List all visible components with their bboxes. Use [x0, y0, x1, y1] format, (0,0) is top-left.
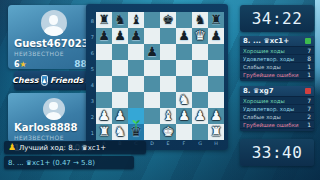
black-knight-b8: ♞: [114, 12, 126, 28]
square-c8[interactable]: ♝: [128, 12, 144, 28]
square-f8[interactable]: [176, 12, 192, 28]
square-g7[interactable]: ♛: [192, 28, 208, 44]
best-move-bar: ♟ Лучший ход: 8... ♛xc1+: [4, 141, 146, 154]
black-pawn-b7: ♟: [114, 28, 126, 44]
stat-value: 7: [307, 97, 311, 104]
avatar: [43, 98, 65, 120]
best-move-icon: ♟: [8, 143, 16, 152]
square-f3[interactable]: ♞: [176, 92, 192, 108]
square-h1[interactable]: ♜: [208, 124, 224, 140]
square-f2[interactable]: ♟: [176, 108, 192, 124]
logo-text-friends: Friends: [50, 76, 83, 85]
stat-row: Слабые ходы1: [240, 63, 314, 71]
shield-icon: ♟: [41, 75, 48, 86]
stat-row: Хорошие ходы7: [240, 47, 314, 55]
stat-label: Хорошие ходы: [243, 47, 285, 53]
square-a1[interactable]: ♜: [96, 124, 112, 140]
eval-change-text: 8. ... ♛xc1+ (0.47 → 5.8): [8, 159, 95, 167]
stat-row: Слабые ходы2: [240, 113, 314, 121]
square-a5[interactable]: [96, 60, 112, 76]
square-e2[interactable]: ♝: [160, 108, 176, 124]
best-move-text: Лучший ход: 8... ♛xc1+: [19, 144, 106, 152]
square-c1[interactable]: ♛: [128, 124, 144, 140]
square-b6[interactable]: [112, 44, 128, 60]
white-queen-g7: ♛: [194, 28, 206, 44]
white-pawn-g2: ♟: [194, 108, 206, 124]
avatar-body-icon: [46, 112, 61, 120]
avatar: [41, 10, 67, 36]
stat-value: 8: [307, 55, 311, 62]
black-pawn-h7: ♟: [210, 28, 222, 44]
best-move-seedling-icon: [131, 119, 141, 129]
stat-row: Грубейшие ошибки1: [240, 71, 314, 79]
player-country: НЕИЗВЕСТНОЕ: [14, 134, 93, 141]
stat-label: Удовлетвор. ходы: [243, 55, 294, 61]
square-b3[interactable]: [112, 92, 128, 108]
stat-row: Удовлетвор. ходы8: [240, 55, 314, 63]
white-knight-b1: ♞: [114, 124, 126, 140]
stat-label: Грубейшие ошибки: [243, 71, 298, 77]
square-g1[interactable]: [192, 124, 208, 140]
black-king-e8: ♚: [162, 12, 174, 28]
square-b8[interactable]: ♞: [112, 12, 128, 28]
clock-bottom: 33:40: [240, 139, 314, 166]
square-d8[interactable]: [144, 12, 160, 28]
square-c6[interactable]: [128, 44, 144, 60]
white-pawn-b2: ♟: [114, 108, 126, 124]
stats-header: 8. ♛xg7: [240, 86, 314, 97]
last-move-label: 8. ... ♛xc1+: [243, 37, 289, 45]
square-f4[interactable]: [176, 76, 192, 92]
avatar-head-icon: [49, 15, 59, 25]
square-e8[interactable]: ♚: [160, 12, 176, 28]
square-g5[interactable]: [192, 60, 208, 76]
square-e6[interactable]: [160, 44, 176, 60]
square-c3[interactable]: [128, 92, 144, 108]
stat-value: 1: [307, 71, 311, 78]
square-h4[interactable]: [208, 76, 224, 92]
star-icon: ★: [20, 60, 27, 69]
square-e3[interactable]: [160, 92, 176, 108]
white-pawn-f2: ♟: [178, 108, 190, 124]
stat-row: Удовлетвор. ходы7: [240, 105, 314, 113]
board-panel: 87654321 ♜♞♝♚♞♜♟♟♟♟♛♟♟♞♟♟♝♟♟♟♜♞♛♚♜ ABCDE…: [86, 4, 228, 150]
stat-label: Слабые ходы: [243, 63, 281, 69]
square-f1[interactable]: [176, 124, 192, 140]
square-d3[interactable]: [144, 92, 160, 108]
move-verdict-indicator: [305, 38, 311, 44]
square-f6[interactable]: [176, 44, 192, 60]
square-a7[interactable]: ♟: [96, 28, 112, 44]
square-d5[interactable]: [144, 60, 160, 76]
black-pawn-d6: ♟: [146, 44, 158, 60]
chessfriends-app: Guest46702373 НЕИЗВЕСТНОЕ 6★ 884 Chess ♟…: [0, 0, 320, 180]
square-d7[interactable]: [144, 28, 160, 44]
square-g2[interactable]: ♟: [192, 108, 208, 124]
square-c5[interactable]: [128, 60, 144, 76]
clock-top: 34:22: [240, 5, 314, 32]
square-b1[interactable]: ♞: [112, 124, 128, 140]
square-e1[interactable]: ♚: [160, 124, 176, 140]
stat-label: Слабые ходы: [243, 113, 281, 119]
avatar-head-icon: [49, 102, 57, 110]
stat-value: 1: [307, 121, 311, 128]
square-d2[interactable]: [144, 108, 160, 124]
square-h2[interactable]: ♟: [208, 108, 224, 124]
square-b5[interactable]: [112, 60, 128, 76]
square-e5[interactable]: [160, 60, 176, 76]
square-h3[interactable]: [208, 92, 224, 108]
stat-value: 1: [307, 63, 311, 70]
white-rook-h1: ♜: [210, 124, 222, 140]
square-a2[interactable]: ♟: [96, 108, 112, 124]
stat-label: Хорошие ходы: [243, 97, 285, 103]
square-a6[interactable]: [96, 44, 112, 60]
stat-value: 7: [307, 47, 311, 54]
square-c4[interactable]: [128, 76, 144, 92]
player-level: 6★: [14, 60, 27, 69]
white-rook-a1: ♜: [98, 124, 110, 140]
square-d4[interactable]: [144, 76, 160, 92]
white-pawn-h2: ♟: [210, 108, 222, 124]
white-king-e1: ♚: [162, 124, 174, 140]
black-pawn-c7: ♟: [130, 28, 142, 44]
move-verdict-indicator: [305, 88, 311, 94]
last-move-label: 8. ♛xg7: [243, 87, 274, 95]
rank-labels: 87654321: [89, 12, 96, 140]
square-c7[interactable]: ♟: [128, 28, 144, 44]
black-knight-g8: ♞: [194, 12, 206, 28]
player-country: НЕИЗВЕСТНОЕ: [14, 50, 93, 57]
square-g3[interactable]: [192, 92, 208, 108]
square-h7[interactable]: ♟: [208, 28, 224, 44]
black-pawn-a7: ♟: [98, 28, 110, 44]
square-a4[interactable]: [96, 76, 112, 92]
player-name: Karlos8888: [14, 122, 93, 133]
stat-label: Удовлетвор. ходы: [243, 105, 294, 111]
square-h8[interactable]: ♜: [208, 12, 224, 28]
square-g6[interactable]: [192, 44, 208, 60]
square-h5[interactable]: [208, 60, 224, 76]
white-pawn-a2: ♟: [98, 108, 110, 124]
black-bishop-c8: ♝: [130, 12, 142, 28]
right-edge-strip: [315, 0, 320, 96]
stat-value: 7: [307, 105, 311, 112]
square-b4[interactable]: [112, 76, 128, 92]
black-rook-h8: ♜: [210, 12, 222, 28]
stat-row: Хорошие ходы7: [240, 97, 314, 105]
square-a8[interactable]: ♜: [96, 12, 112, 28]
square-d1[interactable]: [144, 124, 160, 140]
square-b2[interactable]: ♟: [112, 108, 128, 124]
square-g4[interactable]: [192, 76, 208, 92]
square-e4[interactable]: [160, 76, 176, 92]
player-name: Guest46702373: [14, 38, 93, 49]
square-f5[interactable]: [176, 60, 192, 76]
square-f7[interactable]: ♟: [176, 28, 192, 44]
avatar-body-icon: [44, 26, 62, 36]
stat-row: Грубейшие ошибки1: [240, 121, 314, 129]
square-d6[interactable]: ♟: [144, 44, 160, 60]
eval-change-bar: 8. ... ♛xc1+ (0.47 → 5.8): [4, 156, 134, 169]
stat-value: 2: [307, 113, 311, 120]
white-bishop-e2: ♝: [162, 108, 174, 124]
white-knight-f3: ♞: [178, 92, 190, 108]
square-h6[interactable]: [208, 44, 224, 60]
stats-header: 8. ... ♛xc1+: [240, 36, 314, 47]
black-rook-a8: ♜: [98, 12, 110, 28]
move-stats-panel-top: 8. ... ♛xc1+ Хорошие ходы7Удовлетвор. хо…: [240, 36, 314, 81]
black-pawn-f7: ♟: [178, 28, 190, 44]
chess-board: ♜♞♝♚♞♜♟♟♟♟♛♟♟♞♟♟♝♟♟♟♜♞♛♚♜: [96, 12, 224, 140]
logo-text-chess: Chess: [12, 76, 39, 85]
move-stats-panel-bottom: 8. ♛xg7 Хорошие ходы7Удовлетвор. ходы7Сл…: [240, 86, 314, 131]
square-a3[interactable]: [96, 92, 112, 108]
stat-label: Грубейшие ошибки: [243, 121, 298, 127]
square-e7[interactable]: [160, 28, 176, 44]
square-g8[interactable]: ♞: [192, 12, 208, 28]
square-b7[interactable]: ♟: [112, 28, 128, 44]
